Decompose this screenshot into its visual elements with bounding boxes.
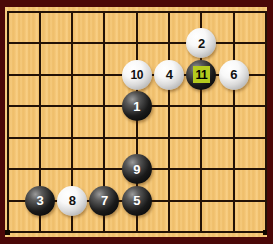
stone-move-number: 3 [36, 194, 43, 207]
stone-black-1[interactable]: 1 [122, 91, 152, 121]
grid-line-horizontal [7, 137, 267, 139]
grid-line-horizontal [7, 42, 267, 44]
stone-white-6[interactable]: 6 [219, 60, 249, 90]
stone-move-number: 4 [166, 68, 173, 81]
stone-white-4[interactable]: 4 [154, 60, 184, 90]
stone-black-11[interactable]: 11 [186, 60, 216, 90]
board-corner-dot [5, 230, 10, 235]
board-corner-dot [263, 230, 267, 235]
grid-line-horizontal [7, 11, 267, 13]
stone-white-10[interactable]: 10 [122, 60, 152, 90]
stone-move-number: 7 [101, 194, 108, 207]
stone-black-7[interactable]: 7 [89, 186, 119, 216]
stone-move-number: 1 [133, 100, 140, 113]
stone-black-3[interactable]: 3 [25, 186, 55, 216]
stone-move-number: 5 [133, 194, 140, 207]
stone-move-number: 9 [133, 163, 140, 176]
stone-move-number: 6 [230, 68, 237, 81]
stone-move-number: 8 [69, 194, 76, 207]
stone-black-5[interactable]: 5 [122, 186, 152, 216]
grid-line-horizontal [7, 231, 267, 233]
stone-black-9[interactable]: 9 [122, 154, 152, 184]
stone-white-2[interactable]: 2 [186, 28, 216, 58]
stone-move-number: 10 [131, 69, 143, 81]
go-board[interactable]: 1234567891011 [5, 7, 267, 237]
board-frame: 1234567891011 [0, 0, 273, 244]
stone-white-8[interactable]: 8 [57, 186, 87, 216]
go-diagram: 1234567891011 [0, 0, 273, 244]
stone-move-number: 2 [198, 37, 205, 50]
stone-move-number: 11 [195, 69, 207, 81]
